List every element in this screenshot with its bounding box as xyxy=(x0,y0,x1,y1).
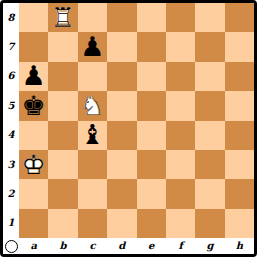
square-e2[interactable] xyxy=(137,179,166,208)
turn-indicator-cell xyxy=(3,238,19,254)
file-label-c: c xyxy=(78,238,107,254)
white-to-move-indicator-icon xyxy=(5,240,18,253)
square-d5[interactable] xyxy=(107,91,136,120)
square-a1[interactable] xyxy=(19,209,48,238)
square-b5[interactable] xyxy=(48,91,77,120)
square-d1[interactable] xyxy=(107,209,136,238)
file-label-h: h xyxy=(225,238,254,254)
square-h3[interactable] xyxy=(225,150,254,179)
square-h2[interactable] xyxy=(225,179,254,208)
white-rook: ♜♖ xyxy=(48,3,77,32)
square-b7[interactable] xyxy=(48,32,77,61)
square-e1[interactable] xyxy=(137,209,166,238)
file-label-d: d xyxy=(107,238,136,254)
square-f3[interactable] xyxy=(166,150,195,179)
square-c4[interactable]: ♝ xyxy=(78,121,107,150)
rank-label-1: 1 xyxy=(3,209,19,238)
square-d7[interactable] xyxy=(107,32,136,61)
rank-label-8: 8 xyxy=(3,3,19,32)
square-f2[interactable] xyxy=(166,179,195,208)
square-e3[interactable] xyxy=(137,150,166,179)
square-c6[interactable] xyxy=(78,62,107,91)
square-h8[interactable] xyxy=(225,3,254,32)
square-f4[interactable] xyxy=(166,121,195,150)
square-c7[interactable]: ♟ xyxy=(78,32,107,61)
square-a4[interactable] xyxy=(19,121,48,150)
square-d3[interactable] xyxy=(107,150,136,179)
square-h4[interactable] xyxy=(225,121,254,150)
black-bishop: ♝ xyxy=(78,121,107,150)
square-g8[interactable] xyxy=(195,3,224,32)
square-e7[interactable] xyxy=(137,32,166,61)
square-g3[interactable] xyxy=(195,150,224,179)
rank-label-5: 5 xyxy=(3,91,19,120)
square-c8[interactable] xyxy=(78,3,107,32)
square-b6[interactable] xyxy=(48,62,77,91)
file-label-f: f xyxy=(166,238,195,254)
square-c3[interactable] xyxy=(78,150,107,179)
rank-label-2: 2 xyxy=(3,179,19,208)
square-a5[interactable]: ♚ xyxy=(19,91,48,120)
square-g1[interactable] xyxy=(195,209,224,238)
square-a7[interactable] xyxy=(19,32,48,61)
file-label-a: a xyxy=(19,238,48,254)
file-label-g: g xyxy=(195,238,224,254)
rank-label-6: 6 xyxy=(3,62,19,91)
square-f5[interactable] xyxy=(166,91,195,120)
square-b4[interactable] xyxy=(48,121,77,150)
square-h5[interactable] xyxy=(225,91,254,120)
square-a8[interactable] xyxy=(19,3,48,32)
square-d8[interactable] xyxy=(107,3,136,32)
square-g7[interactable] xyxy=(195,32,224,61)
rank-label-4: 4 xyxy=(3,121,19,150)
square-a6[interactable]: ♟ xyxy=(19,62,48,91)
chess-diagram: 8♜♖7♟6♟5♚♞♘4♝3♚♔21abcdefgh xyxy=(0,0,257,257)
file-label-e: e xyxy=(137,238,166,254)
square-f6[interactable] xyxy=(166,62,195,91)
square-g2[interactable] xyxy=(195,179,224,208)
square-g6[interactable] xyxy=(195,62,224,91)
square-f7[interactable] xyxy=(166,32,195,61)
black-king: ♚ xyxy=(19,91,48,120)
square-g5[interactable] xyxy=(195,91,224,120)
square-e4[interactable] xyxy=(137,121,166,150)
rank-label-3: 3 xyxy=(3,150,19,179)
square-a2[interactable] xyxy=(19,179,48,208)
white-knight: ♞♘ xyxy=(78,91,107,120)
square-a3[interactable]: ♚♔ xyxy=(19,150,48,179)
square-b1[interactable] xyxy=(48,209,77,238)
square-d6[interactable] xyxy=(107,62,136,91)
square-e6[interactable] xyxy=(137,62,166,91)
square-c5[interactable]: ♞♘ xyxy=(78,91,107,120)
square-d2[interactable] xyxy=(107,179,136,208)
square-h1[interactable] xyxy=(225,209,254,238)
square-d4[interactable] xyxy=(107,121,136,150)
square-h6[interactable] xyxy=(225,62,254,91)
black-pawn: ♟ xyxy=(19,62,48,91)
black-pawn: ♟ xyxy=(78,32,107,61)
square-c1[interactable] xyxy=(78,209,107,238)
square-f1[interactable] xyxy=(166,209,195,238)
square-e5[interactable] xyxy=(137,91,166,120)
square-b2[interactable] xyxy=(48,179,77,208)
square-f8[interactable] xyxy=(166,3,195,32)
file-label-b: b xyxy=(48,238,77,254)
square-b8[interactable]: ♜♖ xyxy=(48,3,77,32)
rank-label-7: 7 xyxy=(3,32,19,61)
square-e8[interactable] xyxy=(137,3,166,32)
square-c2[interactable] xyxy=(78,179,107,208)
chess-board: 8♜♖7♟6♟5♚♞♘4♝3♚♔21abcdefgh xyxy=(3,3,254,254)
square-b3[interactable] xyxy=(48,150,77,179)
square-h7[interactable] xyxy=(225,32,254,61)
square-g4[interactable] xyxy=(195,121,224,150)
white-king: ♚♔ xyxy=(19,150,48,179)
